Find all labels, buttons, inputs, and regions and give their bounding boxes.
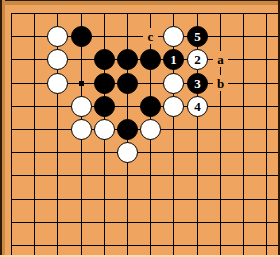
black-stone — [71, 26, 92, 47]
black-stone — [94, 73, 115, 94]
black-stone-move-5: 5 — [187, 26, 208, 47]
go-board-diagram: cab51234 — [0, 0, 280, 257]
black-stone — [117, 73, 138, 94]
point-label-b: b — [213, 75, 228, 91]
white-stone — [163, 26, 184, 47]
white-stone — [71, 96, 92, 117]
white-stone — [47, 26, 68, 47]
board-stones-layer: cab51234 — [0, 0, 280, 257]
frame-top-band — [0, 0, 280, 5]
black-stone — [94, 96, 115, 117]
frame-right-edge — [278, 0, 280, 257]
white-stone — [140, 119, 161, 140]
black-stone — [94, 49, 115, 70]
white-stone-move-2: 2 — [187, 49, 208, 70]
black-stone-move-3: 3 — [187, 73, 208, 94]
white-stone — [47, 73, 68, 94]
frame-left-band — [0, 0, 5, 257]
white-stone — [163, 96, 184, 117]
white-stone — [117, 142, 138, 163]
black-stone — [140, 96, 161, 117]
black-stone — [117, 119, 138, 140]
black-stone — [117, 49, 138, 70]
white-stone — [94, 119, 115, 140]
black-stone — [140, 49, 161, 70]
point-label-a: a — [213, 51, 228, 67]
white-stone-move-4: 4 — [187, 96, 208, 117]
point-label-c: c — [143, 28, 158, 44]
star-point — [79, 81, 84, 86]
white-stone — [47, 49, 68, 70]
black-stone-move-1: 1 — [163, 49, 184, 70]
white-stone — [71, 119, 92, 140]
white-stone — [163, 73, 184, 94]
